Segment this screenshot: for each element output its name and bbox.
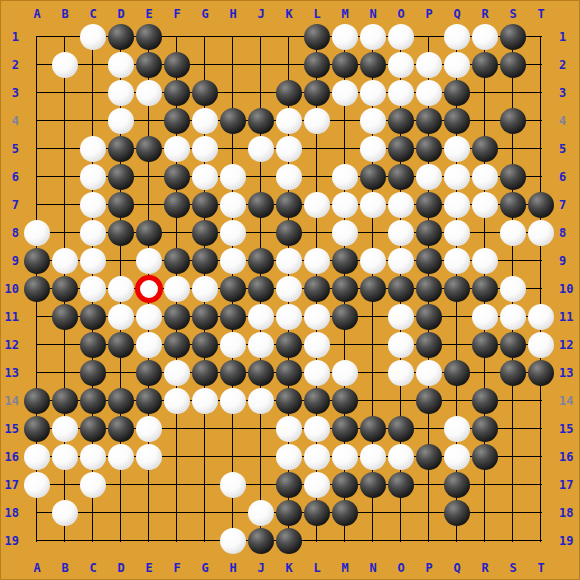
intersection-L18[interactable]	[303, 499, 331, 527]
intersection-R5[interactable]	[471, 135, 499, 163]
intersection-B8[interactable]	[51, 219, 79, 247]
intersection-O12[interactable]	[387, 331, 415, 359]
intersection-M4[interactable]	[331, 107, 359, 135]
intersection-C8[interactable]	[79, 219, 107, 247]
intersection-R19[interactable]	[471, 527, 499, 555]
intersection-S15[interactable]	[499, 415, 527, 443]
intersection-N19[interactable]	[359, 527, 387, 555]
intersection-N4[interactable]	[359, 107, 387, 135]
intersection-P4[interactable]	[415, 107, 443, 135]
intersection-T5[interactable]	[527, 135, 555, 163]
intersection-B3[interactable]	[51, 79, 79, 107]
intersection-M3[interactable]	[331, 79, 359, 107]
intersection-T17[interactable]	[527, 471, 555, 499]
intersection-R14[interactable]	[471, 387, 499, 415]
intersection-A13[interactable]	[23, 359, 51, 387]
intersection-Q17[interactable]	[443, 471, 471, 499]
intersection-E6[interactable]	[135, 163, 163, 191]
intersection-D3[interactable]	[107, 79, 135, 107]
intersection-K5[interactable]	[275, 135, 303, 163]
intersection-Q18[interactable]	[443, 499, 471, 527]
intersection-N7[interactable]	[359, 191, 387, 219]
intersection-G12[interactable]	[191, 331, 219, 359]
intersection-L10[interactable]	[303, 275, 331, 303]
intersection-P6[interactable]	[415, 163, 443, 191]
intersection-S11[interactable]	[499, 303, 527, 331]
intersection-C6[interactable]	[79, 163, 107, 191]
intersection-G8[interactable]	[191, 219, 219, 247]
intersection-F11[interactable]	[163, 303, 191, 331]
intersection-K16[interactable]	[275, 443, 303, 471]
intersection-F12[interactable]	[163, 331, 191, 359]
intersection-S5[interactable]	[499, 135, 527, 163]
intersection-S14[interactable]	[499, 387, 527, 415]
intersection-S7[interactable]	[499, 191, 527, 219]
intersection-F13[interactable]	[163, 359, 191, 387]
intersection-O14[interactable]	[387, 387, 415, 415]
intersection-S1[interactable]	[499, 23, 527, 51]
intersection-F8[interactable]	[163, 219, 191, 247]
intersection-F3[interactable]	[163, 79, 191, 107]
intersection-F2[interactable]	[163, 51, 191, 79]
intersection-A15[interactable]	[23, 415, 51, 443]
intersection-N10[interactable]	[359, 275, 387, 303]
intersection-Q2[interactable]	[443, 51, 471, 79]
intersection-J14[interactable]	[247, 387, 275, 415]
intersection-G13[interactable]	[191, 359, 219, 387]
intersection-G18[interactable]	[191, 499, 219, 527]
intersection-A3[interactable]	[23, 79, 51, 107]
intersection-L17[interactable]	[303, 471, 331, 499]
intersection-S19[interactable]	[499, 527, 527, 555]
intersection-M8[interactable]	[331, 219, 359, 247]
intersection-C15[interactable]	[79, 415, 107, 443]
intersection-K18[interactable]	[275, 499, 303, 527]
intersection-T1[interactable]	[527, 23, 555, 51]
intersection-C14[interactable]	[79, 387, 107, 415]
intersection-A11[interactable]	[23, 303, 51, 331]
intersection-N8[interactable]	[359, 219, 387, 247]
intersection-T2[interactable]	[527, 51, 555, 79]
intersection-O18[interactable]	[387, 499, 415, 527]
intersection-A4[interactable]	[23, 107, 51, 135]
intersection-O7[interactable]	[387, 191, 415, 219]
intersection-F5[interactable]	[163, 135, 191, 163]
intersection-M7[interactable]	[331, 191, 359, 219]
intersection-N2[interactable]	[359, 51, 387, 79]
intersection-L4[interactable]	[303, 107, 331, 135]
intersection-D4[interactable]	[107, 107, 135, 135]
intersection-K8[interactable]	[275, 219, 303, 247]
intersection-H8[interactable]	[219, 219, 247, 247]
intersection-T18[interactable]	[527, 499, 555, 527]
intersection-R2[interactable]	[471, 51, 499, 79]
intersection-P18[interactable]	[415, 499, 443, 527]
intersection-B13[interactable]	[51, 359, 79, 387]
intersection-H14[interactable]	[219, 387, 247, 415]
intersection-F1[interactable]	[163, 23, 191, 51]
intersection-L16[interactable]	[303, 443, 331, 471]
intersection-C4[interactable]	[79, 107, 107, 135]
intersection-N6[interactable]	[359, 163, 387, 191]
intersection-P8[interactable]	[415, 219, 443, 247]
intersection-Q10[interactable]	[443, 275, 471, 303]
intersection-F16[interactable]	[163, 443, 191, 471]
intersection-A14[interactable]	[23, 387, 51, 415]
intersection-G11[interactable]	[191, 303, 219, 331]
intersection-O16[interactable]	[387, 443, 415, 471]
intersection-D17[interactable]	[107, 471, 135, 499]
intersection-N18[interactable]	[359, 499, 387, 527]
intersection-G10[interactable]	[191, 275, 219, 303]
intersection-D2[interactable]	[107, 51, 135, 79]
intersection-J15[interactable]	[247, 415, 275, 443]
intersection-H6[interactable]	[219, 163, 247, 191]
intersection-K11[interactable]	[275, 303, 303, 331]
intersection-F9[interactable]	[163, 247, 191, 275]
intersection-F17[interactable]	[163, 471, 191, 499]
intersection-O1[interactable]	[387, 23, 415, 51]
intersection-H12[interactable]	[219, 331, 247, 359]
intersection-K1[interactable]	[275, 23, 303, 51]
intersection-H13[interactable]	[219, 359, 247, 387]
intersection-R16[interactable]	[471, 443, 499, 471]
intersection-M1[interactable]	[331, 23, 359, 51]
intersection-C10[interactable]	[79, 275, 107, 303]
intersection-H1[interactable]	[219, 23, 247, 51]
intersection-J6[interactable]	[247, 163, 275, 191]
intersection-H2[interactable]	[219, 51, 247, 79]
intersection-C3[interactable]	[79, 79, 107, 107]
intersection-D11[interactable]	[107, 303, 135, 331]
intersection-G15[interactable]	[191, 415, 219, 443]
intersection-Q3[interactable]	[443, 79, 471, 107]
intersection-P11[interactable]	[415, 303, 443, 331]
intersection-J12[interactable]	[247, 331, 275, 359]
intersection-Q11[interactable]	[443, 303, 471, 331]
intersection-O5[interactable]	[387, 135, 415, 163]
intersection-R12[interactable]	[471, 331, 499, 359]
intersection-C9[interactable]	[79, 247, 107, 275]
intersection-D16[interactable]	[107, 443, 135, 471]
intersection-L19[interactable]	[303, 527, 331, 555]
intersection-E9[interactable]	[135, 247, 163, 275]
intersection-E17[interactable]	[135, 471, 163, 499]
intersection-J9[interactable]	[247, 247, 275, 275]
intersection-A9[interactable]	[23, 247, 51, 275]
intersection-M2[interactable]	[331, 51, 359, 79]
intersection-N5[interactable]	[359, 135, 387, 163]
intersection-P2[interactable]	[415, 51, 443, 79]
intersection-B11[interactable]	[51, 303, 79, 331]
intersection-K10[interactable]	[275, 275, 303, 303]
intersection-J13[interactable]	[247, 359, 275, 387]
intersection-Q9[interactable]	[443, 247, 471, 275]
intersection-S6[interactable]	[499, 163, 527, 191]
intersection-A8[interactable]	[23, 219, 51, 247]
intersection-G3[interactable]	[191, 79, 219, 107]
intersection-N16[interactable]	[359, 443, 387, 471]
intersection-K14[interactable]	[275, 387, 303, 415]
intersection-D6[interactable]	[107, 163, 135, 191]
intersection-A2[interactable]	[23, 51, 51, 79]
intersection-E2[interactable]	[135, 51, 163, 79]
intersection-R3[interactable]	[471, 79, 499, 107]
intersection-F7[interactable]	[163, 191, 191, 219]
intersection-Q8[interactable]	[443, 219, 471, 247]
intersection-O17[interactable]	[387, 471, 415, 499]
intersection-R1[interactable]	[471, 23, 499, 51]
intersection-Q16[interactable]	[443, 443, 471, 471]
intersection-L14[interactable]	[303, 387, 331, 415]
intersection-J1[interactable]	[247, 23, 275, 51]
intersection-O2[interactable]	[387, 51, 415, 79]
intersection-D8[interactable]	[107, 219, 135, 247]
intersection-A17[interactable]	[23, 471, 51, 499]
intersection-O9[interactable]	[387, 247, 415, 275]
intersection-J19[interactable]	[247, 527, 275, 555]
intersection-T7[interactable]	[527, 191, 555, 219]
intersection-L8[interactable]	[303, 219, 331, 247]
intersection-O15[interactable]	[387, 415, 415, 443]
intersection-K4[interactable]	[275, 107, 303, 135]
intersection-H5[interactable]	[219, 135, 247, 163]
intersection-P1[interactable]	[415, 23, 443, 51]
intersection-D19[interactable]	[107, 527, 135, 555]
intersection-S2[interactable]	[499, 51, 527, 79]
intersection-R6[interactable]	[471, 163, 499, 191]
intersection-B14[interactable]	[51, 387, 79, 415]
intersection-S10[interactable]	[499, 275, 527, 303]
intersection-F19[interactable]	[163, 527, 191, 555]
intersection-A6[interactable]	[23, 163, 51, 191]
intersection-M10[interactable]	[331, 275, 359, 303]
intersection-M11[interactable]	[331, 303, 359, 331]
intersection-E19[interactable]	[135, 527, 163, 555]
intersection-R4[interactable]	[471, 107, 499, 135]
intersection-S16[interactable]	[499, 443, 527, 471]
intersection-F18[interactable]	[163, 499, 191, 527]
intersection-F14[interactable]	[163, 387, 191, 415]
intersection-O6[interactable]	[387, 163, 415, 191]
intersection-O13[interactable]	[387, 359, 415, 387]
intersection-G5[interactable]	[191, 135, 219, 163]
intersection-E4[interactable]	[135, 107, 163, 135]
intersection-J11[interactable]	[247, 303, 275, 331]
intersection-L7[interactable]	[303, 191, 331, 219]
intersection-M12[interactable]	[331, 331, 359, 359]
intersection-M6[interactable]	[331, 163, 359, 191]
intersection-L5[interactable]	[303, 135, 331, 163]
intersection-R8[interactable]	[471, 219, 499, 247]
intersection-T11[interactable]	[527, 303, 555, 331]
intersection-F6[interactable]	[163, 163, 191, 191]
intersection-D1[interactable]	[107, 23, 135, 51]
intersection-B2[interactable]	[51, 51, 79, 79]
intersection-M13[interactable]	[331, 359, 359, 387]
intersection-T15[interactable]	[527, 415, 555, 443]
intersection-K7[interactable]	[275, 191, 303, 219]
intersection-Q6[interactable]	[443, 163, 471, 191]
intersection-H9[interactable]	[219, 247, 247, 275]
intersection-T13[interactable]	[527, 359, 555, 387]
intersection-P7[interactable]	[415, 191, 443, 219]
intersection-C1[interactable]	[79, 23, 107, 51]
intersection-A19[interactable]	[23, 527, 51, 555]
intersection-N9[interactable]	[359, 247, 387, 275]
intersection-P5[interactable]	[415, 135, 443, 163]
intersection-R15[interactable]	[471, 415, 499, 443]
intersection-S17[interactable]	[499, 471, 527, 499]
intersection-E5[interactable]	[135, 135, 163, 163]
intersection-S9[interactable]	[499, 247, 527, 275]
intersection-D15[interactable]	[107, 415, 135, 443]
intersection-B7[interactable]	[51, 191, 79, 219]
intersection-Q1[interactable]	[443, 23, 471, 51]
intersection-H10[interactable]	[219, 275, 247, 303]
intersection-M14[interactable]	[331, 387, 359, 415]
intersection-R11[interactable]	[471, 303, 499, 331]
intersection-B5[interactable]	[51, 135, 79, 163]
intersection-L11[interactable]	[303, 303, 331, 331]
intersection-E16[interactable]	[135, 443, 163, 471]
intersection-L2[interactable]	[303, 51, 331, 79]
intersection-N3[interactable]	[359, 79, 387, 107]
intersection-A12[interactable]	[23, 331, 51, 359]
intersection-E12[interactable]	[135, 331, 163, 359]
intersection-L6[interactable]	[303, 163, 331, 191]
intersection-E11[interactable]	[135, 303, 163, 331]
intersection-A16[interactable]	[23, 443, 51, 471]
intersection-B9[interactable]	[51, 247, 79, 275]
intersection-A18[interactable]	[23, 499, 51, 527]
intersection-K15[interactable]	[275, 415, 303, 443]
intersection-R9[interactable]	[471, 247, 499, 275]
intersection-H4[interactable]	[219, 107, 247, 135]
intersection-L12[interactable]	[303, 331, 331, 359]
intersection-S4[interactable]	[499, 107, 527, 135]
intersection-N1[interactable]	[359, 23, 387, 51]
intersection-Q7[interactable]	[443, 191, 471, 219]
intersection-T16[interactable]	[527, 443, 555, 471]
intersection-S18[interactable]	[499, 499, 527, 527]
intersection-G4[interactable]	[191, 107, 219, 135]
intersection-C2[interactable]	[79, 51, 107, 79]
intersection-L15[interactable]	[303, 415, 331, 443]
intersection-B12[interactable]	[51, 331, 79, 359]
intersection-N11[interactable]	[359, 303, 387, 331]
intersection-C5[interactable]	[79, 135, 107, 163]
intersection-P16[interactable]	[415, 443, 443, 471]
intersection-T19[interactable]	[527, 527, 555, 555]
intersection-J8[interactable]	[247, 219, 275, 247]
intersection-A10[interactable]	[23, 275, 51, 303]
intersection-B6[interactable]	[51, 163, 79, 191]
intersection-K6[interactable]	[275, 163, 303, 191]
intersection-D7[interactable]	[107, 191, 135, 219]
intersection-J4[interactable]	[247, 107, 275, 135]
intersection-G17[interactable]	[191, 471, 219, 499]
intersection-S8[interactable]	[499, 219, 527, 247]
intersection-L3[interactable]	[303, 79, 331, 107]
intersection-Q4[interactable]	[443, 107, 471, 135]
intersection-L13[interactable]	[303, 359, 331, 387]
intersection-K2[interactable]	[275, 51, 303, 79]
intersection-P14[interactable]	[415, 387, 443, 415]
intersection-C17[interactable]	[79, 471, 107, 499]
intersection-K17[interactable]	[275, 471, 303, 499]
intersection-P12[interactable]	[415, 331, 443, 359]
intersection-M17[interactable]	[331, 471, 359, 499]
intersection-P15[interactable]	[415, 415, 443, 443]
intersection-A7[interactable]	[23, 191, 51, 219]
intersection-Q19[interactable]	[443, 527, 471, 555]
intersection-L9[interactable]	[303, 247, 331, 275]
intersection-O8[interactable]	[387, 219, 415, 247]
intersection-J2[interactable]	[247, 51, 275, 79]
intersection-B18[interactable]	[51, 499, 79, 527]
intersection-N14[interactable]	[359, 387, 387, 415]
intersection-E3[interactable]	[135, 79, 163, 107]
intersection-P9[interactable]	[415, 247, 443, 275]
intersection-B16[interactable]	[51, 443, 79, 471]
intersection-D18[interactable]	[107, 499, 135, 527]
intersection-J17[interactable]	[247, 471, 275, 499]
intersection-B17[interactable]	[51, 471, 79, 499]
intersection-H19[interactable]	[219, 527, 247, 555]
intersection-T6[interactable]	[527, 163, 555, 191]
intersection-K3[interactable]	[275, 79, 303, 107]
intersection-C11[interactable]	[79, 303, 107, 331]
intersection-R10[interactable]	[471, 275, 499, 303]
intersection-H18[interactable]	[219, 499, 247, 527]
intersection-N17[interactable]	[359, 471, 387, 499]
intersection-H15[interactable]	[219, 415, 247, 443]
intersection-J16[interactable]	[247, 443, 275, 471]
intersection-H16[interactable]	[219, 443, 247, 471]
intersection-F4[interactable]	[163, 107, 191, 135]
intersection-P17[interactable]	[415, 471, 443, 499]
intersection-C12[interactable]	[79, 331, 107, 359]
intersection-N13[interactable]	[359, 359, 387, 387]
intersection-G1[interactable]	[191, 23, 219, 51]
intersection-E8[interactable]	[135, 219, 163, 247]
intersection-T9[interactable]	[527, 247, 555, 275]
intersection-M19[interactable]	[331, 527, 359, 555]
intersection-E7[interactable]	[135, 191, 163, 219]
intersection-J5[interactable]	[247, 135, 275, 163]
intersection-R17[interactable]	[471, 471, 499, 499]
intersection-B15[interactable]	[51, 415, 79, 443]
intersection-Q13[interactable]	[443, 359, 471, 387]
intersection-P19[interactable]	[415, 527, 443, 555]
intersection-M16[interactable]	[331, 443, 359, 471]
intersection-E13[interactable]	[135, 359, 163, 387]
intersection-E14[interactable]	[135, 387, 163, 415]
intersection-D10[interactable]	[107, 275, 135, 303]
intersection-G16[interactable]	[191, 443, 219, 471]
intersection-R13[interactable]	[471, 359, 499, 387]
intersection-K9[interactable]	[275, 247, 303, 275]
intersection-D9[interactable]	[107, 247, 135, 275]
intersection-D13[interactable]	[107, 359, 135, 387]
intersection-Q14[interactable]	[443, 387, 471, 415]
intersection-K12[interactable]	[275, 331, 303, 359]
intersection-R7[interactable]	[471, 191, 499, 219]
intersection-C18[interactable]	[79, 499, 107, 527]
intersection-B10[interactable]	[51, 275, 79, 303]
intersection-N15[interactable]	[359, 415, 387, 443]
